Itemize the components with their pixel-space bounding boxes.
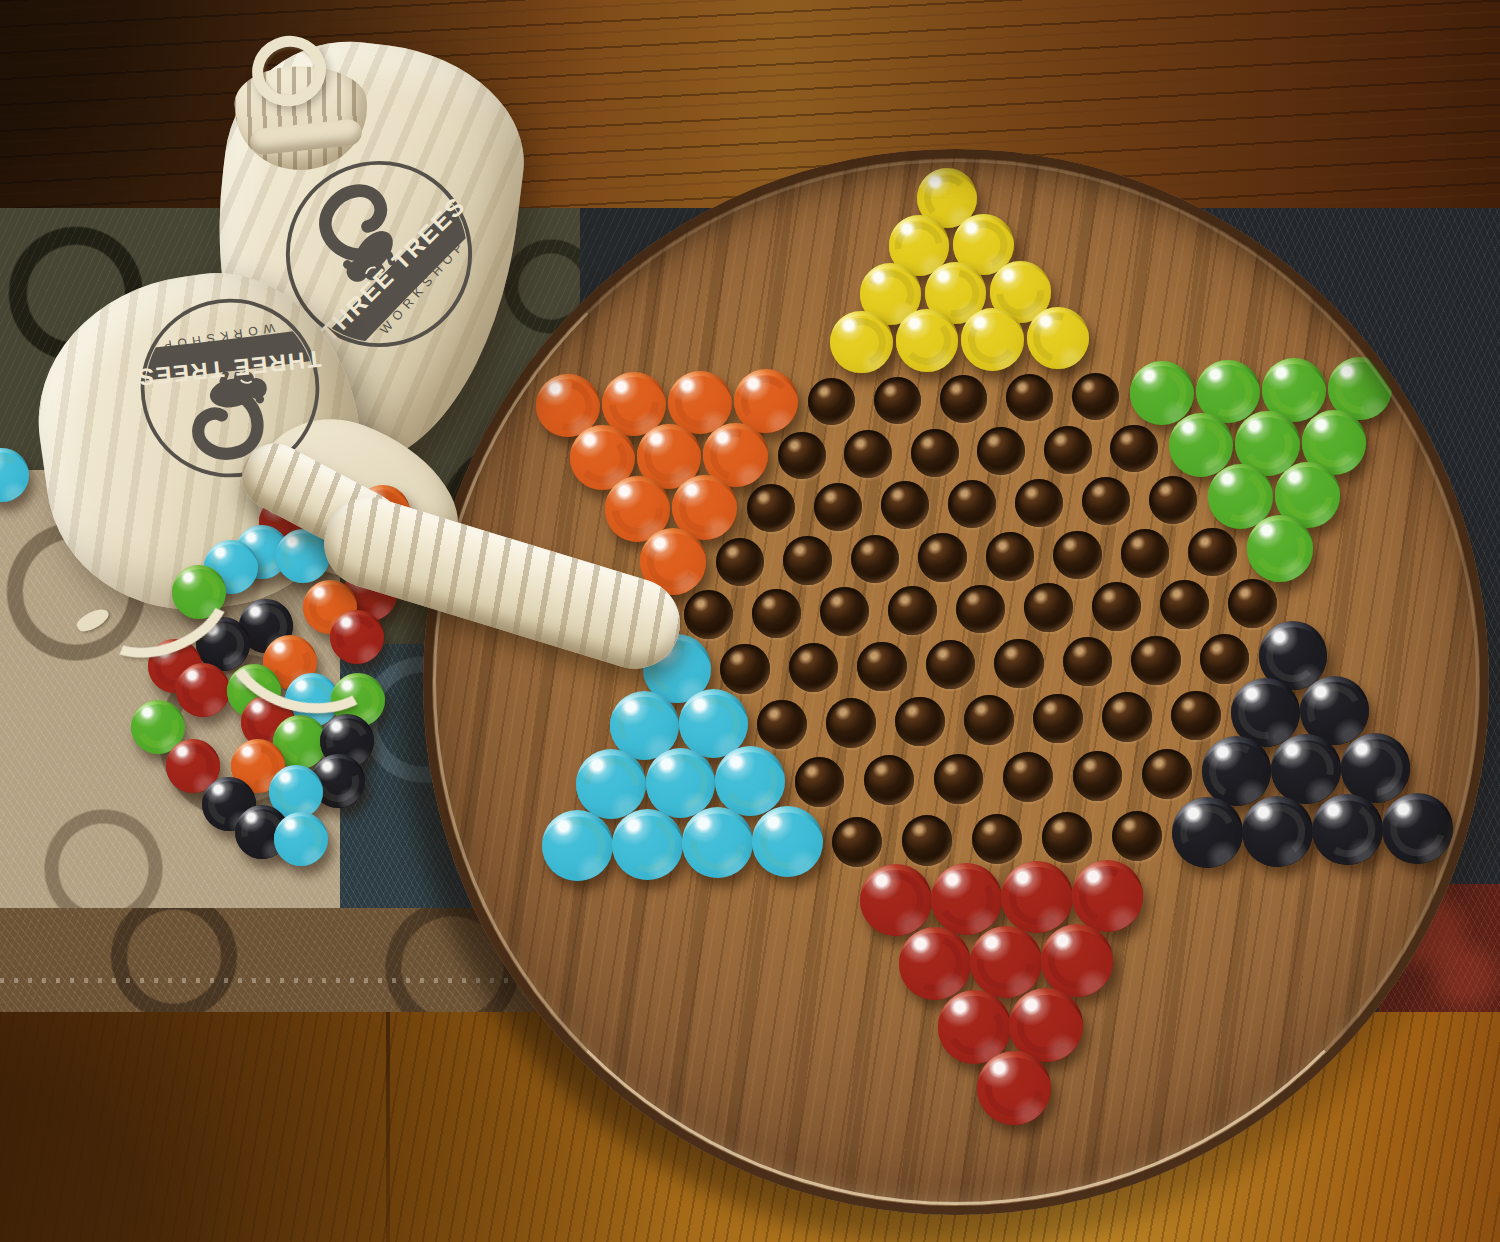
chinese-checkers-board: ●●●●●●●●●●●●●●●●●●●●●●●●●●●●●●●●●●●●●●●●…	[423, 149, 1489, 1215]
marble-cyan[interactable]: ●	[274, 812, 328, 866]
marble-red[interactable]: ●	[176, 663, 230, 717]
board-rim-highlight	[433, 159, 1479, 1205]
table-plank-seam	[386, 1012, 390, 1242]
marble-glyph: ●	[274, 812, 328, 866]
scene: ●●●●●●●●●●●●●●●●●●●●●●●●●●●●●●●●●●●●●●●●…	[0, 0, 1500, 1242]
marble-glyph: ●	[176, 663, 230, 717]
